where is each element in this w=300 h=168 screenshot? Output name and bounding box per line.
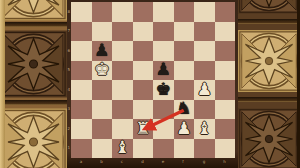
file-label-f: f (182, 160, 183, 164)
carved-rosette-tile (0, 105, 67, 168)
right-carved-panel (238, 0, 300, 168)
left-carved-panel (0, 0, 67, 168)
rank-label-6: 6 (68, 49, 71, 53)
chess-diagram-scene: ♟♚♟♚♟♞♜♟♝♝ 87654321abcdefgh (0, 0, 300, 168)
rank-label-4: 4 (68, 88, 71, 92)
panel-edge (0, 0, 5, 168)
rank-label-5: 5 (68, 68, 71, 72)
panel-edge (297, 0, 300, 168)
carved-rosette-tile (0, 27, 67, 101)
rank-label-8: 8 (68, 10, 71, 14)
file-label-d: d (141, 160, 144, 164)
file-label-c: c (121, 160, 123, 164)
file-label-g: g (203, 160, 206, 164)
file-label-a: a (80, 160, 82, 164)
carved-rosette-tile (0, 0, 67, 24)
file-label-e: e (162, 160, 164, 164)
carved-rosette-tile (238, 0, 300, 20)
file-label-h: h (223, 160, 226, 164)
rank-label-3: 3 (68, 107, 71, 111)
rank-label-2: 2 (68, 127, 71, 131)
move-arrow (71, 2, 235, 158)
chess-board: ♟♚♟♚♟♞♜♟♝♝ 87654321abcdefgh (67, 0, 238, 168)
file-label-b: b (100, 160, 103, 164)
carved-rosette-tile (238, 102, 300, 168)
rank-label-1: 1 (68, 146, 71, 150)
rank-label-7: 7 (68, 29, 71, 33)
carved-rosette-tile (238, 24, 300, 98)
